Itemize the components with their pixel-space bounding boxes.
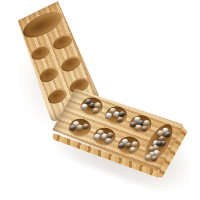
pit-folded-near-3 [51, 31, 74, 52]
stone [93, 134, 102, 141]
open-half-surface [50, 85, 186, 172]
stone [128, 146, 137, 153]
pit-folded-far-2 [38, 64, 61, 85]
stone [105, 112, 114, 119]
board-photo-scene [0, 0, 200, 200]
pit-folded-far-3 [29, 42, 52, 63]
open-pit-grid [50, 85, 186, 172]
open-half [50, 85, 186, 172]
stone [117, 143, 126, 150]
stone [116, 116, 125, 123]
pit-folded-near-2 [60, 53, 83, 74]
stone [91, 107, 100, 114]
stone [81, 123, 90, 130]
stone [68, 125, 77, 132]
stone [80, 103, 89, 110]
stone [104, 137, 113, 144]
